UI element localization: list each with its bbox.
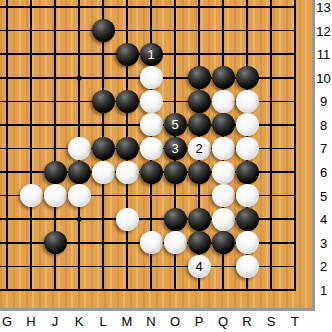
intersection-H3[interactable] bbox=[19, 231, 43, 255]
intersection-K12[interactable] bbox=[67, 19, 91, 43]
intersection-S3[interactable] bbox=[259, 231, 283, 255]
white-stone-Q4[interactable] bbox=[212, 208, 235, 231]
black-stone-Q10[interactable] bbox=[212, 66, 235, 89]
white-stone-N8[interactable] bbox=[140, 113, 163, 136]
intersection-G12[interactable] bbox=[0, 19, 19, 43]
intersection-K2[interactable] bbox=[67, 255, 91, 279]
go-board[interactable]: 15324 bbox=[0, 0, 315, 311]
intersection-Q3[interactable] bbox=[211, 231, 235, 255]
intersection-M9[interactable] bbox=[115, 90, 139, 114]
intersection-J9[interactable] bbox=[43, 90, 67, 114]
intersection-G9[interactable] bbox=[0, 90, 19, 114]
intersection-N7[interactable] bbox=[139, 137, 163, 161]
intersection-T9[interactable] bbox=[283, 90, 307, 114]
black-stone-Q3[interactable] bbox=[212, 231, 235, 254]
intersection-R8[interactable] bbox=[235, 113, 259, 137]
intersection-P7[interactable]: 2 bbox=[187, 137, 211, 161]
row-label-6: 6 bbox=[315, 165, 332, 180]
white-stone-Q9[interactable] bbox=[212, 90, 235, 113]
intersection-T7[interactable] bbox=[283, 137, 307, 161]
intersection-L2[interactable] bbox=[91, 255, 115, 279]
intersection-P8[interactable] bbox=[187, 113, 211, 137]
column-label-R: R bbox=[235, 314, 259, 329]
intersection-M12[interactable] bbox=[115, 19, 139, 43]
white-stone-N10[interactable] bbox=[140, 66, 163, 89]
intersection-N5[interactable] bbox=[139, 184, 163, 208]
intersection-H2[interactable] bbox=[19, 255, 43, 279]
intersection-G3[interactable] bbox=[0, 231, 19, 255]
row-label-11: 11 bbox=[315, 47, 332, 62]
intersection-O9[interactable] bbox=[163, 90, 187, 114]
intersection-M8[interactable] bbox=[115, 113, 139, 137]
intersection-L8[interactable] bbox=[91, 113, 115, 137]
black-stone-L12[interactable] bbox=[92, 19, 115, 42]
intersection-O2[interactable] bbox=[163, 255, 187, 279]
black-stone-P10[interactable] bbox=[188, 66, 211, 89]
intersection-P9[interactable] bbox=[187, 90, 211, 114]
intersection-S6[interactable] bbox=[259, 160, 283, 184]
intersection-S9[interactable] bbox=[259, 90, 283, 114]
white-stone-N7[interactable] bbox=[140, 137, 163, 160]
black-stone-L7[interactable] bbox=[92, 137, 115, 160]
intersection-G2[interactable] bbox=[0, 255, 19, 279]
intersection-K8[interactable] bbox=[67, 113, 91, 137]
intersection-S4[interactable] bbox=[259, 207, 283, 231]
intersection-L4[interactable] bbox=[91, 207, 115, 231]
white-stone-R9[interactable] bbox=[236, 90, 259, 113]
intersection-M6[interactable] bbox=[115, 160, 139, 184]
intersection-P11[interactable] bbox=[187, 42, 211, 66]
intersection-H7[interactable] bbox=[19, 137, 43, 161]
intersection-O1[interactable] bbox=[163, 278, 187, 302]
intersection-L10[interactable] bbox=[91, 66, 115, 90]
intersection-O6[interactable] bbox=[163, 160, 187, 184]
intersection-T12[interactable] bbox=[283, 19, 307, 43]
intersection-P1[interactable] bbox=[187, 278, 211, 302]
intersection-H1[interactable] bbox=[19, 278, 43, 302]
intersection-R5[interactable] bbox=[235, 184, 259, 208]
intersection-K5[interactable] bbox=[67, 184, 91, 208]
intersection-L5[interactable] bbox=[91, 184, 115, 208]
intersection-R2[interactable] bbox=[235, 255, 259, 279]
intersection-G8[interactable] bbox=[0, 113, 19, 137]
row-label-2: 2 bbox=[315, 259, 332, 274]
white-stone-M4[interactable] bbox=[116, 208, 139, 231]
intersection-O7[interactable]: 3 bbox=[163, 137, 187, 161]
column-label-S: S bbox=[259, 314, 283, 329]
column-label-H: H bbox=[19, 314, 43, 329]
intersection-P4[interactable] bbox=[187, 207, 211, 231]
white-stone-R3[interactable] bbox=[236, 231, 259, 254]
intersection-T13[interactable] bbox=[283, 0, 307, 19]
black-stone-N11[interactable]: 1 bbox=[140, 43, 163, 66]
intersection-K11[interactable] bbox=[67, 42, 91, 66]
black-stone-P8[interactable] bbox=[188, 113, 211, 136]
intersection-K9[interactable] bbox=[67, 90, 91, 114]
white-stone-O3[interactable] bbox=[164, 231, 187, 254]
intersection-R13[interactable] bbox=[235, 0, 259, 19]
move-number: 1 bbox=[147, 48, 154, 61]
white-stone-Q6[interactable] bbox=[212, 161, 235, 184]
white-stone-K7[interactable] bbox=[68, 137, 91, 160]
intersection-P13[interactable] bbox=[187, 0, 211, 19]
black-stone-M11[interactable] bbox=[116, 43, 139, 66]
intersection-N4[interactable] bbox=[139, 207, 163, 231]
intersection-Q1[interactable] bbox=[211, 278, 235, 302]
intersection-T6[interactable] bbox=[283, 160, 307, 184]
intersection-G10[interactable] bbox=[0, 66, 19, 90]
black-stone-R10[interactable] bbox=[236, 66, 259, 89]
column-label-G: G bbox=[0, 314, 19, 329]
intersection-S11[interactable] bbox=[259, 42, 283, 66]
row-label-9: 9 bbox=[315, 94, 332, 109]
intersection-J7[interactable] bbox=[43, 137, 67, 161]
intersection-M1[interactable] bbox=[115, 278, 139, 302]
white-stone-R5[interactable] bbox=[236, 184, 259, 207]
intersection-T8[interactable] bbox=[283, 113, 307, 137]
intersection-O10[interactable] bbox=[163, 66, 187, 90]
white-stone-N9[interactable] bbox=[140, 90, 163, 113]
intersection-P6[interactable] bbox=[187, 160, 211, 184]
black-stone-K6[interactable] bbox=[68, 161, 91, 184]
column-label-N: N bbox=[139, 314, 163, 329]
intersection-Q7[interactable] bbox=[211, 137, 235, 161]
go-board-diagram: 15324 GHJKLMNOPQRST 13121110987654321 bbox=[0, 0, 332, 332]
white-stone-L6[interactable] bbox=[92, 161, 115, 184]
move-number: 4 bbox=[195, 260, 202, 273]
intersection-Q6[interactable] bbox=[211, 160, 235, 184]
black-stone-Q8[interactable] bbox=[212, 113, 235, 136]
intersection-K3[interactable] bbox=[67, 231, 91, 255]
intersection-L12[interactable] bbox=[91, 19, 115, 43]
white-stone-K5[interactable] bbox=[68, 184, 91, 207]
black-stone-M9[interactable] bbox=[116, 90, 139, 113]
white-stone-P2[interactable]: 4 bbox=[188, 255, 211, 278]
row-label-3: 3 bbox=[315, 235, 332, 250]
intersection-S12[interactable] bbox=[259, 19, 283, 43]
intersection-H4[interactable] bbox=[19, 207, 43, 231]
black-stone-J3[interactable] bbox=[44, 231, 67, 254]
row-label-1: 1 bbox=[315, 282, 332, 297]
intersection-G7[interactable] bbox=[0, 137, 19, 161]
intersection-M13[interactable] bbox=[115, 0, 139, 19]
intersection-N1[interactable] bbox=[139, 278, 163, 302]
intersection-Q2[interactable] bbox=[211, 255, 235, 279]
intersection-Q9[interactable] bbox=[211, 90, 235, 114]
intersection-T3[interactable] bbox=[283, 231, 307, 255]
intersection-J13[interactable] bbox=[43, 0, 67, 19]
intersection-J4[interactable] bbox=[43, 207, 67, 231]
row-label-7: 7 bbox=[315, 141, 332, 156]
intersection-N12[interactable] bbox=[139, 19, 163, 43]
intersection-G5[interactable] bbox=[0, 184, 19, 208]
intersection-R6[interactable] bbox=[235, 160, 259, 184]
intersection-J8[interactable] bbox=[43, 113, 67, 137]
intersection-T1[interactable] bbox=[283, 278, 307, 302]
move-number: 5 bbox=[171, 118, 178, 131]
intersection-J5[interactable] bbox=[43, 184, 67, 208]
intersection-N9[interactable] bbox=[139, 90, 163, 114]
intersection-Q10[interactable] bbox=[211, 66, 235, 90]
intersection-P2[interactable]: 4 bbox=[187, 255, 211, 279]
intersection-L11[interactable] bbox=[91, 42, 115, 66]
column-label-M: M bbox=[115, 314, 139, 329]
black-stone-O7[interactable]: 3 bbox=[164, 137, 187, 160]
column-label-O: O bbox=[163, 314, 187, 329]
intersection-J3[interactable] bbox=[43, 231, 67, 255]
intersection-S1[interactable] bbox=[259, 278, 283, 302]
black-stone-O6[interactable] bbox=[164, 161, 187, 184]
intersection-H12[interactable] bbox=[19, 19, 43, 43]
intersection-S10[interactable] bbox=[259, 66, 283, 90]
intersection-L1[interactable] bbox=[91, 278, 115, 302]
intersection-R1[interactable] bbox=[235, 278, 259, 302]
row-label-13: 13 bbox=[315, 0, 332, 15]
intersection-J1[interactable] bbox=[43, 278, 67, 302]
intersection-T10[interactable] bbox=[283, 66, 307, 90]
intersection-M2[interactable] bbox=[115, 255, 139, 279]
intersection-P10[interactable] bbox=[187, 66, 211, 90]
intersection-Q4[interactable] bbox=[211, 207, 235, 231]
black-stone-L9[interactable] bbox=[92, 90, 115, 113]
intersection-R11[interactable] bbox=[235, 42, 259, 66]
intersection-H13[interactable] bbox=[19, 0, 43, 19]
move-number: 2 bbox=[195, 142, 202, 155]
white-stone-Q7[interactable] bbox=[212, 137, 235, 160]
white-stone-N3[interactable] bbox=[140, 231, 163, 254]
intersection-Q12[interactable] bbox=[211, 19, 235, 43]
intersection-K7[interactable] bbox=[67, 137, 91, 161]
intersection-N3[interactable] bbox=[139, 231, 163, 255]
intersection-H11[interactable] bbox=[19, 42, 43, 66]
black-stone-J6[interactable] bbox=[44, 161, 67, 184]
white-stone-R8[interactable] bbox=[236, 113, 259, 136]
black-stone-P6[interactable] bbox=[188, 161, 211, 184]
intersection-M3[interactable] bbox=[115, 231, 139, 255]
intersection-R10[interactable] bbox=[235, 66, 259, 90]
intersection-R4[interactable] bbox=[235, 207, 259, 231]
intersection-T4[interactable] bbox=[283, 207, 307, 231]
column-label-J: J bbox=[43, 314, 67, 329]
intersection-K10[interactable] bbox=[67, 66, 91, 90]
intersection-N10[interactable] bbox=[139, 66, 163, 90]
black-stone-P3[interactable] bbox=[188, 231, 211, 254]
intersection-O5[interactable] bbox=[163, 184, 187, 208]
intersection-N11[interactable]: 1 bbox=[139, 42, 163, 66]
column-label-P: P bbox=[187, 314, 211, 329]
black-stone-R6[interactable] bbox=[236, 161, 259, 184]
intersection-P3[interactable] bbox=[187, 231, 211, 255]
intersection-L3[interactable] bbox=[91, 231, 115, 255]
intersection-L6[interactable] bbox=[91, 160, 115, 184]
intersection-O4[interactable] bbox=[163, 207, 187, 231]
intersection-G4[interactable] bbox=[0, 207, 19, 231]
intersection-Q8[interactable] bbox=[211, 113, 235, 137]
intersection-P5[interactable] bbox=[187, 184, 211, 208]
intersection-M4[interactable] bbox=[115, 207, 139, 231]
board-grid: 15324 bbox=[0, 0, 307, 302]
column-label-L: L bbox=[91, 314, 115, 329]
intersection-S13[interactable] bbox=[259, 0, 283, 19]
intersection-M7[interactable] bbox=[115, 137, 139, 161]
intersection-O8[interactable]: 5 bbox=[163, 113, 187, 137]
intersection-G11[interactable] bbox=[0, 42, 19, 66]
intersection-R9[interactable] bbox=[235, 90, 259, 114]
intersection-J11[interactable] bbox=[43, 42, 67, 66]
intersection-O13[interactable] bbox=[163, 0, 187, 19]
intersection-K6[interactable] bbox=[67, 160, 91, 184]
intersection-J12[interactable] bbox=[43, 19, 67, 43]
intersection-P12[interactable] bbox=[187, 19, 211, 43]
white-stone-M6[interactable] bbox=[116, 161, 139, 184]
intersection-H5[interactable] bbox=[19, 184, 43, 208]
row-label-8: 8 bbox=[315, 117, 332, 132]
intersection-H10[interactable] bbox=[19, 66, 43, 90]
intersection-S5[interactable] bbox=[259, 184, 283, 208]
row-label-4: 4 bbox=[315, 212, 332, 227]
black-stone-N6[interactable] bbox=[140, 161, 163, 184]
intersection-L13[interactable] bbox=[91, 0, 115, 19]
white-stone-Q5[interactable] bbox=[212, 184, 235, 207]
intersection-L9[interactable] bbox=[91, 90, 115, 114]
move-number: 3 bbox=[171, 142, 178, 155]
column-label-T: T bbox=[283, 314, 307, 329]
white-stone-P7[interactable]: 2 bbox=[188, 137, 211, 160]
black-stone-O8[interactable]: 5 bbox=[164, 113, 187, 136]
intersection-J10[interactable] bbox=[43, 66, 67, 90]
intersection-G6[interactable] bbox=[0, 160, 19, 184]
intersection-N2[interactable] bbox=[139, 255, 163, 279]
intersection-Q13[interactable] bbox=[211, 0, 235, 19]
black-stone-P9[interactable] bbox=[188, 90, 211, 113]
row-label-12: 12 bbox=[315, 23, 332, 38]
white-stone-R7[interactable] bbox=[236, 137, 259, 160]
intersection-K4[interactable] bbox=[67, 207, 91, 231]
column-label-Q: Q bbox=[211, 314, 235, 329]
intersection-O3[interactable] bbox=[163, 231, 187, 255]
intersection-R7[interactable] bbox=[235, 137, 259, 161]
black-stone-M7[interactable] bbox=[116, 137, 139, 160]
black-stone-O4[interactable] bbox=[164, 208, 187, 231]
intersection-N8[interactable] bbox=[139, 113, 163, 137]
intersection-H6[interactable] bbox=[19, 160, 43, 184]
row-label-10: 10 bbox=[315, 70, 332, 85]
intersection-H8[interactable] bbox=[19, 113, 43, 137]
white-stone-J5[interactable] bbox=[44, 184, 67, 207]
intersection-M11[interactable] bbox=[115, 42, 139, 66]
white-stone-R2[interactable] bbox=[236, 255, 259, 278]
intersection-M10[interactable] bbox=[115, 66, 139, 90]
intersection-T2[interactable] bbox=[283, 255, 307, 279]
intersection-N6[interactable] bbox=[139, 160, 163, 184]
intersection-R3[interactable] bbox=[235, 231, 259, 255]
black-stone-P4[interactable] bbox=[188, 208, 211, 231]
intersection-L7[interactable] bbox=[91, 137, 115, 161]
intersection-Q5[interactable] bbox=[211, 184, 235, 208]
intersection-S2[interactable] bbox=[259, 255, 283, 279]
intersection-S7[interactable] bbox=[259, 137, 283, 161]
column-label-K: K bbox=[67, 314, 91, 329]
intersection-J6[interactable] bbox=[43, 160, 67, 184]
intersection-M5[interactable] bbox=[115, 184, 139, 208]
intersection-J2[interactable] bbox=[43, 255, 67, 279]
intersection-O11[interactable] bbox=[163, 42, 187, 66]
intersection-G1[interactable] bbox=[0, 278, 19, 302]
row-label-5: 5 bbox=[315, 188, 332, 203]
intersection-H9[interactable] bbox=[19, 90, 43, 114]
intersection-T5[interactable] bbox=[283, 184, 307, 208]
intersection-N13[interactable] bbox=[139, 0, 163, 19]
intersection-R12[interactable] bbox=[235, 19, 259, 43]
intersection-O12[interactable] bbox=[163, 19, 187, 43]
intersection-S8[interactable] bbox=[259, 113, 283, 137]
intersection-G13[interactable] bbox=[0, 0, 19, 19]
intersection-K13[interactable] bbox=[67, 0, 91, 19]
black-stone-R4[interactable] bbox=[236, 208, 259, 231]
intersection-T11[interactable] bbox=[283, 42, 307, 66]
intersection-K1[interactable] bbox=[67, 278, 91, 302]
white-stone-H5[interactable] bbox=[20, 184, 43, 207]
intersection-Q11[interactable] bbox=[211, 42, 235, 66]
